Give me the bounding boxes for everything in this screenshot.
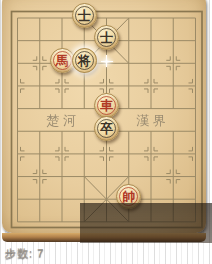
piece-character: 士 — [73, 4, 96, 27]
river-label-hanjie: 漢界 — [136, 110, 170, 132]
step-counter-label: 步数: — [5, 247, 33, 259]
piece-black-advisor[interactable]: 士 — [72, 3, 97, 28]
piece-black-advisor[interactable]: 士 — [94, 25, 119, 50]
dark-overlay — [80, 203, 212, 243]
piece-black-general[interactable]: 将 — [72, 48, 97, 73]
piece-character: 馬 — [51, 49, 74, 72]
step-counter-value: 7 — [37, 247, 44, 259]
piece-character: 車 — [95, 94, 118, 117]
piece-character: 卒 — [95, 117, 118, 140]
river-label-chuhe: 楚河 — [46, 110, 80, 132]
piece-red-chariot[interactable]: 車 — [94, 93, 119, 118]
step-counter: 步数: 7 — [5, 246, 44, 261]
piece-character: 士 — [95, 26, 118, 49]
piece-red-horse[interactable]: 馬 — [50, 48, 75, 73]
piece-black-pawn[interactable]: 卒 — [94, 116, 119, 141]
xiangqi-board[interactable]: 楚河 漢界 士士馬将車卒帥 — [2, 0, 206, 233]
piece-character: 将 — [73, 49, 96, 72]
xiangqi-app-screen: 楚河 漢界 士士馬将車卒帥 步数: 7 — [0, 0, 212, 264]
